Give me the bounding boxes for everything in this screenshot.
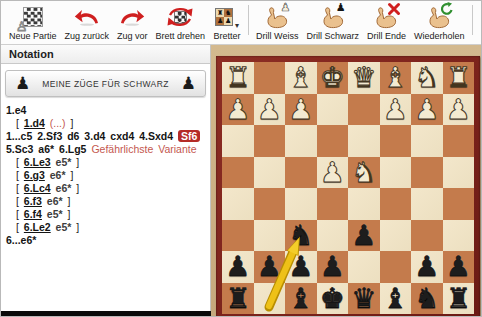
square-f5[interactable] xyxy=(285,188,317,220)
move-list: 1.e4[ 1.d4 (...) ]1...c5 2.Sf3 d6 3.d4 c… xyxy=(1,97,210,247)
move: ] xyxy=(76,156,79,168)
square-h3[interactable] xyxy=(222,125,254,157)
move: [ xyxy=(16,208,24,220)
piece-black-pawn[interactable]: ♟ xyxy=(225,251,250,283)
piece-white-rook[interactable]: ♜ xyxy=(225,62,250,94)
move[interactable]: 1...c5 2.Sf3 d6 3.d4 cxd4 4.Sxd4 xyxy=(6,130,178,142)
square-g5[interactable] xyxy=(254,188,286,220)
move[interactable]: 6.f4 xyxy=(24,208,42,220)
notation-line: 5.Sc3 a6* 6.Lg5 Gefährlichste Variante xyxy=(6,143,208,156)
square-d7[interactable] xyxy=(348,251,380,283)
square-h4[interactable] xyxy=(222,157,254,189)
piece-black-pawn[interactable]: ♟ xyxy=(446,251,471,283)
toolbar-label: Zug zurück xyxy=(65,31,110,41)
square-e3[interactable] xyxy=(317,125,349,157)
move: [ xyxy=(16,169,24,181)
toolbar-label: Wiederholen xyxy=(414,31,465,41)
move: [ xyxy=(16,156,24,168)
arm-red-x-icon xyxy=(372,4,400,30)
undo-arrow-icon xyxy=(73,4,101,30)
toolbar-separator xyxy=(472,5,473,35)
square-c2[interactable]: ♟ xyxy=(380,94,412,126)
piece-black-rook[interactable]: ♜ xyxy=(225,283,250,315)
notation-panel-title: Notation xyxy=(1,45,210,64)
move[interactable]: e5* xyxy=(42,208,68,220)
square-a5[interactable] xyxy=(443,188,475,220)
piece-white-pawn[interactable]: ♟ xyxy=(414,94,439,126)
toolbar: ♙ Neue Partie Zug zurück Zug vor xyxy=(1,1,482,45)
piece-white-bishop[interactable]: ♝ xyxy=(383,62,408,94)
move[interactable]: 6.f3 xyxy=(24,195,42,207)
flip-board-button[interactable]: Brett drehen xyxy=(152,3,210,42)
square-a6[interactable] xyxy=(443,220,475,252)
arm-white-pawn-icon: ♟ xyxy=(263,4,291,30)
black-pawn-icon: ♟ xyxy=(15,75,30,92)
arm-green-repeat-icon xyxy=(425,4,453,30)
toolbar-label: Bretter xyxy=(214,31,241,41)
move[interactable]: e5* xyxy=(51,221,77,233)
piece-white-bishop[interactable]: ♝ xyxy=(288,62,313,94)
move[interactable]: e5* xyxy=(51,156,77,168)
square-g8[interactable] xyxy=(254,283,286,315)
board-frame: ♜♝♚♛♝♞♜♟♟♟♟♟♟♟♞♞♟♟♟♟♟♟♟♜♝♚♛♝♞♜ xyxy=(216,56,480,317)
move[interactable]: 6.Le3 xyxy=(24,156,51,168)
black-pawn-icon: ♟ xyxy=(336,2,346,13)
repertoire-header-bar[interactable]: ♟ MEINE ZÜGE FÜR SCHWARZ ♟ xyxy=(5,70,206,97)
piece-black-pawn[interactable]: ♟ xyxy=(257,251,282,283)
drill-end-button[interactable]: Drill Ende xyxy=(363,3,410,42)
square-h2[interactable]: ♟ xyxy=(222,94,254,126)
white-piece-icon: ♙ xyxy=(16,20,28,33)
square-c6[interactable] xyxy=(380,220,412,252)
square-b6[interactable] xyxy=(411,220,443,252)
square-a8[interactable]: ♜ xyxy=(443,283,475,315)
square-e7[interactable]: ♟ xyxy=(317,251,349,283)
square-f7[interactable]: ♟ xyxy=(285,251,317,283)
toolbar-label: Brett drehen xyxy=(156,31,206,41)
move: ] xyxy=(68,195,71,207)
notation-line: 1...c5 2.Sf3 d6 3.d4 cxd4 4.Sxd4 Sf6 xyxy=(6,130,208,143)
square-h1[interactable]: ♜ xyxy=(222,62,254,94)
square-a3[interactable] xyxy=(443,125,475,157)
notation-line: [ 6.Le2 e5* ] xyxy=(6,221,208,234)
move[interactable]: 6.Le2 xyxy=(24,221,51,233)
piece-black-pawn[interactable]: ♟ xyxy=(288,251,313,283)
piece-white-knight[interactable]: ♞ xyxy=(351,157,376,189)
square-h5[interactable] xyxy=(222,188,254,220)
piece-black-pawn[interactable]: ♟ xyxy=(351,220,376,252)
square-f8[interactable]: ♝ xyxy=(285,283,317,315)
square-f1[interactable]: ♝ xyxy=(285,62,317,94)
square-b3[interactable] xyxy=(411,125,443,157)
square-g6[interactable] xyxy=(254,220,286,252)
piece-white-rook[interactable]: ♜ xyxy=(446,62,471,94)
notation-line: 1.e4 xyxy=(6,104,208,117)
square-d3[interactable] xyxy=(348,125,380,157)
move: [ xyxy=(16,117,24,129)
repertoire-header-label: MEINE ZÜGE FÜR SCHWARZ xyxy=(42,79,169,89)
square-e5[interactable] xyxy=(317,188,349,220)
notation-line: [ 6.Lc4 e6* ] xyxy=(6,182,208,195)
notation-line: [ 6.f3 e6* ] xyxy=(6,195,208,208)
square-d1[interactable]: ♛ xyxy=(348,62,380,94)
square-d6[interactable]: ♟ xyxy=(348,220,380,252)
move[interactable]: 1.e4 xyxy=(6,104,26,116)
red-x-icon xyxy=(387,2,401,16)
square-e1[interactable]: ♚ xyxy=(317,62,349,94)
square-a7[interactable]: ♟ xyxy=(443,251,475,283)
notation-line: 6...e6* xyxy=(6,234,208,247)
toolbar-separator xyxy=(248,5,249,35)
notation-panel: Notation ♟ MEINE ZÜGE FÜR SCHWARZ ♟ 1.e4… xyxy=(1,45,211,317)
square-h7[interactable]: ♟ xyxy=(222,251,254,283)
square-g3[interactable] xyxy=(254,125,286,157)
move: [ xyxy=(16,221,24,233)
piece-white-queen[interactable]: ♛ xyxy=(351,62,376,94)
move-back-button[interactable]: Zug zurück xyxy=(61,3,114,42)
square-a2[interactable]: ♟ xyxy=(443,94,475,126)
square-b7[interactable]: ♟ xyxy=(411,251,443,283)
piece-black-queen[interactable]: ♛ xyxy=(351,283,376,315)
move[interactable]: e6* xyxy=(51,182,77,194)
square-e6[interactable] xyxy=(317,220,349,252)
mini-rook-icon: ♜ xyxy=(216,9,224,17)
piece-white-king[interactable]: ♚ xyxy=(320,62,345,94)
square-c3[interactable] xyxy=(380,125,412,157)
piece-black-bishop[interactable]: ♝ xyxy=(288,283,313,315)
piece-white-pawn[interactable]: ♟ xyxy=(257,94,282,126)
toolbar-label: Drill Weiss xyxy=(256,31,298,41)
green-repeat-icon xyxy=(440,2,454,16)
piece-white-pawn[interactable]: ♟ xyxy=(383,94,408,126)
square-e8[interactable]: ♚ xyxy=(317,283,349,315)
square-f3[interactable] xyxy=(285,125,317,157)
piece-white-knight[interactable]: ♞ xyxy=(414,62,439,94)
move[interactable]: 1.d4 xyxy=(24,117,45,129)
square-g4[interactable] xyxy=(254,157,286,189)
piece-black-king[interactable]: ♚ xyxy=(320,283,345,315)
square-d5[interactable] xyxy=(348,188,380,220)
move[interactable]: 5.Sc3 a6* 6.Lg5 xyxy=(6,143,91,155)
piece-black-knight[interactable]: ♞ xyxy=(288,220,313,252)
white-pawn-icon: ♟ xyxy=(280,2,290,13)
square-g7[interactable]: ♟ xyxy=(254,251,286,283)
square-a4[interactable] xyxy=(443,157,475,189)
square-b4[interactable] xyxy=(411,157,443,189)
new-game-button[interactable]: ♙ Neue Partie xyxy=(5,3,61,42)
move: ] xyxy=(76,221,79,233)
piece-white-pawn[interactable]: ♟ xyxy=(225,94,250,126)
notation-line: [ 6.f4 e5* ] xyxy=(6,208,208,221)
move: ] xyxy=(66,117,74,129)
notation-line: [ 6.Le3 e5* ] xyxy=(6,156,208,169)
square-d8[interactable]: ♛ xyxy=(348,283,380,315)
annotation-text: (...) xyxy=(50,117,66,129)
move[interactable]: 6...e6* xyxy=(6,234,36,246)
square-c5[interactable] xyxy=(380,188,412,220)
arm-black-pawn-icon: ♟ xyxy=(319,4,347,30)
piece-black-bishop[interactable]: ♝ xyxy=(383,283,408,315)
move: ] xyxy=(76,182,79,194)
chess-trainer-window: ♙ Neue Partie Zug zurück Zug vor xyxy=(0,0,482,317)
mini-knight-icon: ♞ xyxy=(224,9,232,17)
notation-line: [ 6.g3 e6* ] xyxy=(6,169,208,182)
flip-board-icon xyxy=(166,4,194,30)
piece-black-pawn[interactable]: ♟ xyxy=(320,251,345,283)
square-b1[interactable]: ♞ xyxy=(411,62,443,94)
square-b5[interactable] xyxy=(411,188,443,220)
square-f2[interactable]: ♟ xyxy=(285,94,317,126)
square-g1[interactable] xyxy=(254,62,286,94)
square-c8[interactable]: ♝ xyxy=(380,283,412,315)
move-forward-button[interactable]: Zug vor xyxy=(113,3,152,42)
window-bottom-edge xyxy=(1,311,211,317)
mini-board-icon: ♜ ♞ ♟ ♟ xyxy=(215,8,233,26)
square-f4[interactable] xyxy=(285,157,317,189)
board-panel: ♜♝♚♛♝♞♜♟♟♟♟♟♟♟♞♞♟♟♟♟♟♟♟♜♝♚♛♝♞♜ xyxy=(211,45,482,317)
move[interactable]: e6* xyxy=(42,195,68,207)
square-b2[interactable]: ♟ xyxy=(411,94,443,126)
square-d4[interactable]: ♞ xyxy=(348,157,380,189)
repeat-button[interactable]: Wiederholen xyxy=(410,3,469,42)
toolbar-label: Drill Ende xyxy=(367,31,406,41)
black-pawn-icon: ♟ xyxy=(181,75,196,92)
mini-pawn-icon: ♟ xyxy=(216,17,224,25)
move: ] xyxy=(70,169,73,181)
square-c7[interactable] xyxy=(380,251,412,283)
square-c4[interactable] xyxy=(380,157,412,189)
annotation-text: Gefährlichste Variante xyxy=(91,143,196,155)
move: [ xyxy=(16,182,24,194)
toolbar-label: Drill Schwarz xyxy=(306,31,359,41)
square-h8[interactable]: ♜ xyxy=(222,283,254,315)
toolbar-label: Zug vor xyxy=(117,31,148,41)
notation-line: [ 1.d4 (...) ] xyxy=(6,117,208,130)
redo-arrow-icon xyxy=(118,4,146,30)
move: ] xyxy=(68,208,71,220)
square-d2[interactable] xyxy=(348,94,380,126)
square-c1[interactable]: ♝ xyxy=(380,62,412,94)
move: [ xyxy=(16,195,24,207)
square-e4[interactable]: ♟ xyxy=(317,157,349,189)
drill-black-button[interactable]: ♟ Drill Schwarz xyxy=(302,3,363,42)
piece-white-pawn[interactable]: ♟ xyxy=(288,94,313,126)
new-game-board-icon: ♙ xyxy=(19,4,47,30)
piece-black-rook[interactable]: ♜ xyxy=(446,283,471,315)
square-a1[interactable]: ♜ xyxy=(443,62,475,94)
move[interactable]: 6.g3 xyxy=(24,169,45,181)
piece-black-knight[interactable]: ♞ xyxy=(414,283,439,315)
mini-pawn-icon: ♟ xyxy=(224,17,232,25)
current-move-badge[interactable]: Sf6 xyxy=(178,130,200,142)
dropdown-caret-icon[interactable]: ▾ xyxy=(235,21,239,30)
boards-button[interactable]: ♜ ♞ ♟ ♟ ▾ Bretter xyxy=(209,3,245,42)
piece-white-pawn[interactable]: ♟ xyxy=(446,94,471,126)
move[interactable]: e6* xyxy=(45,169,71,181)
boards-icon: ♜ ♞ ♟ ♟ ▾ xyxy=(213,4,241,30)
move[interactable]: 6.Lc4 xyxy=(24,182,51,194)
square-b8[interactable]: ♞ xyxy=(411,283,443,315)
square-h6[interactable] xyxy=(222,220,254,252)
piece-white-pawn[interactable]: ♟ xyxy=(320,157,345,189)
square-f6[interactable]: ♞ xyxy=(285,220,317,252)
chess-board[interactable]: ♜♝♚♛♝♞♜♟♟♟♟♟♟♟♞♞♟♟♟♟♟♟♟♜♝♚♛♝♞♜ xyxy=(222,62,474,314)
drill-white-button[interactable]: ♟ Drill Weiss xyxy=(252,3,302,42)
piece-black-pawn[interactable]: ♟ xyxy=(414,251,439,283)
square-g2[interactable]: ♟ xyxy=(254,94,286,126)
square-e2[interactable] xyxy=(317,94,349,126)
